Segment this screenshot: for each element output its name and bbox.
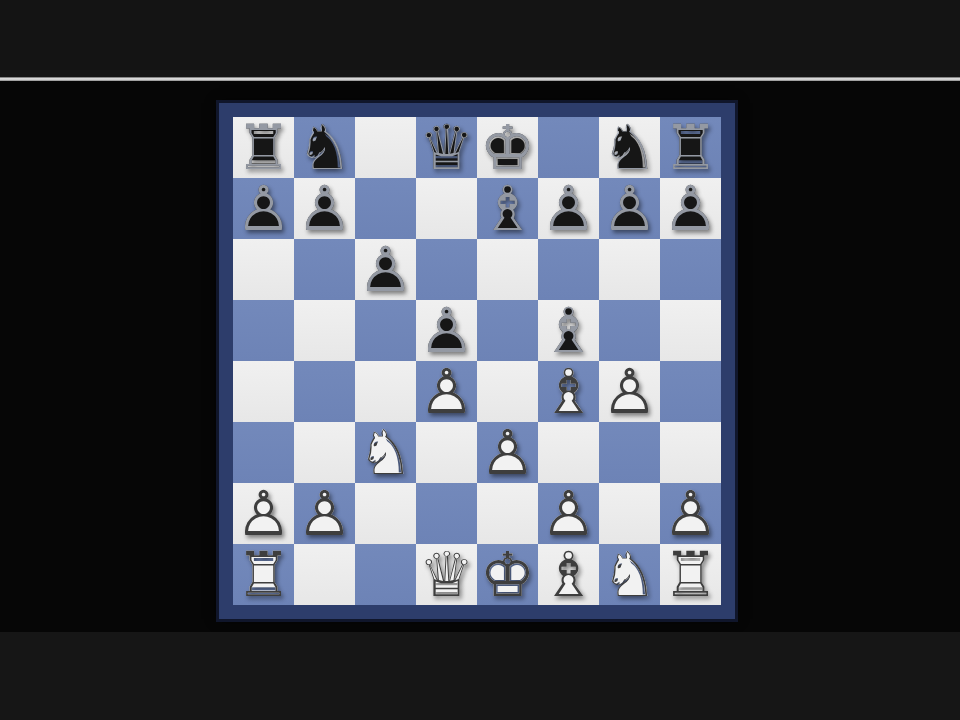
piece-black-pawn: ♟♙ — [660, 178, 721, 239]
piece-black-rook: ♜♖ — [233, 117, 294, 178]
white-pawn-icon: ♙ — [233, 483, 294, 544]
black-queen-icon: ♕ — [416, 117, 477, 178]
piece-white-knight: ♞♘ — [599, 544, 660, 605]
square-c3[interactable]: ♞♘ — [355, 422, 416, 483]
piece-white-pawn: ♟♙ — [599, 361, 660, 422]
piece-black-pawn: ♟♙ — [416, 300, 477, 361]
square-c8[interactable] — [355, 117, 416, 178]
square-b2[interactable]: ♟♙ — [294, 483, 355, 544]
black-pawn-icon: ♙ — [599, 178, 660, 239]
letterbox-bottom — [0, 632, 960, 720]
white-pawn-icon: ♙ — [416, 361, 477, 422]
piece-white-rook: ♜♖ — [233, 544, 294, 605]
piece-white-queen: ♛♕ — [416, 544, 477, 605]
piece-white-pawn: ♟♙ — [538, 483, 599, 544]
black-bishop-icon: ♗ — [477, 178, 538, 239]
white-queen-icon: ♕ — [416, 544, 477, 605]
white-pawn-icon: ♙ — [660, 483, 721, 544]
piece-black-knight: ♞♘ — [599, 117, 660, 178]
piece-white-pawn: ♟♙ — [416, 361, 477, 422]
square-h3[interactable] — [660, 422, 721, 483]
square-h4[interactable] — [660, 361, 721, 422]
video-frame: ♜♖♞♘♛♕♚♔♞♘♜♖♟♙♟♙♝♗♟♙♟♙♟♙♟♙♟♙♝♗♟♙♝♗♟♙♞♘♟♙… — [0, 81, 960, 632]
black-knight-icon: ♘ — [294, 117, 355, 178]
square-f4[interactable]: ♝♗ — [538, 361, 599, 422]
square-d1[interactable]: ♛♕ — [416, 544, 477, 605]
square-c1[interactable] — [355, 544, 416, 605]
square-b4[interactable] — [294, 361, 355, 422]
square-c6[interactable]: ♟♙ — [355, 239, 416, 300]
square-e7[interactable]: ♝♗ — [477, 178, 538, 239]
square-d4[interactable]: ♟♙ — [416, 361, 477, 422]
square-b8[interactable]: ♞♘ — [294, 117, 355, 178]
piece-black-king: ♚♔ — [477, 117, 538, 178]
square-g7[interactable]: ♟♙ — [599, 178, 660, 239]
square-f6[interactable] — [538, 239, 599, 300]
square-g1[interactable]: ♞♘ — [599, 544, 660, 605]
white-bishop-icon: ♗ — [538, 361, 599, 422]
square-b3[interactable] — [294, 422, 355, 483]
square-h8[interactable]: ♜♖ — [660, 117, 721, 178]
square-e8[interactable]: ♚♔ — [477, 117, 538, 178]
square-e3[interactable]: ♟♙ — [477, 422, 538, 483]
square-d3[interactable] — [416, 422, 477, 483]
square-b5[interactable] — [294, 300, 355, 361]
piece-white-bishop: ♝♗ — [538, 361, 599, 422]
square-a5[interactable] — [233, 300, 294, 361]
piece-black-knight: ♞♘ — [294, 117, 355, 178]
square-e1[interactable]: ♚♔ — [477, 544, 538, 605]
piece-black-pawn: ♟♙ — [599, 178, 660, 239]
square-e6[interactable] — [477, 239, 538, 300]
square-g3[interactable] — [599, 422, 660, 483]
square-a6[interactable] — [233, 239, 294, 300]
piece-white-pawn: ♟♙ — [660, 483, 721, 544]
square-h7[interactable]: ♟♙ — [660, 178, 721, 239]
black-pawn-icon: ♙ — [660, 178, 721, 239]
square-f1[interactable]: ♝♗ — [538, 544, 599, 605]
square-a7[interactable]: ♟♙ — [233, 178, 294, 239]
square-b7[interactable]: ♟♙ — [294, 178, 355, 239]
square-d7[interactable] — [416, 178, 477, 239]
piece-white-king: ♚♔ — [477, 544, 538, 605]
white-king-icon: ♔ — [477, 544, 538, 605]
chess-board: ♜♖♞♘♛♕♚♔♞♘♜♖♟♙♟♙♝♗♟♙♟♙♟♙♟♙♟♙♝♗♟♙♝♗♟♙♞♘♟♙… — [219, 103, 735, 619]
piece-black-pawn: ♟♙ — [538, 178, 599, 239]
square-h1[interactable]: ♜♖ — [660, 544, 721, 605]
square-b6[interactable] — [294, 239, 355, 300]
square-e4[interactable] — [477, 361, 538, 422]
square-f7[interactable]: ♟♙ — [538, 178, 599, 239]
piece-black-pawn: ♟♙ — [294, 178, 355, 239]
piece-white-rook: ♜♖ — [660, 544, 721, 605]
piece-black-queen: ♛♕ — [416, 117, 477, 178]
white-pawn-icon: ♙ — [599, 361, 660, 422]
square-h2[interactable]: ♟♙ — [660, 483, 721, 544]
square-a3[interactable] — [233, 422, 294, 483]
piece-white-pawn: ♟♙ — [477, 422, 538, 483]
square-f2[interactable]: ♟♙ — [538, 483, 599, 544]
black-pawn-icon: ♙ — [233, 178, 294, 239]
square-g8[interactable]: ♞♘ — [599, 117, 660, 178]
square-c7[interactable] — [355, 178, 416, 239]
square-g4[interactable]: ♟♙ — [599, 361, 660, 422]
square-a4[interactable] — [233, 361, 294, 422]
square-c2[interactable] — [355, 483, 416, 544]
square-b1[interactable] — [294, 544, 355, 605]
square-g5[interactable] — [599, 300, 660, 361]
black-pawn-icon: ♙ — [416, 300, 477, 361]
square-a8[interactable]: ♜♖ — [233, 117, 294, 178]
white-rook-icon: ♖ — [233, 544, 294, 605]
square-d8[interactable]: ♛♕ — [416, 117, 477, 178]
piece-black-rook: ♜♖ — [660, 117, 721, 178]
square-f8[interactable] — [538, 117, 599, 178]
piece-white-pawn: ♟♙ — [233, 483, 294, 544]
square-d6[interactable] — [416, 239, 477, 300]
white-knight-icon: ♘ — [599, 544, 660, 605]
black-knight-icon: ♘ — [599, 117, 660, 178]
piece-black-pawn: ♟♙ — [233, 178, 294, 239]
white-bishop-icon: ♗ — [538, 544, 599, 605]
black-bishop-icon: ♗ — [538, 300, 599, 361]
square-c4[interactable] — [355, 361, 416, 422]
white-pawn-icon: ♙ — [538, 483, 599, 544]
square-f3[interactable] — [538, 422, 599, 483]
square-e5[interactable] — [477, 300, 538, 361]
square-c5[interactable] — [355, 300, 416, 361]
black-pawn-icon: ♙ — [538, 178, 599, 239]
piece-white-knight: ♞♘ — [355, 422, 416, 483]
black-rook-icon: ♖ — [233, 117, 294, 178]
square-d2[interactable] — [416, 483, 477, 544]
white-rook-icon: ♖ — [660, 544, 721, 605]
square-g2[interactable] — [599, 483, 660, 544]
white-pawn-icon: ♙ — [477, 422, 538, 483]
square-f5[interactable]: ♝♗ — [538, 300, 599, 361]
black-king-icon: ♔ — [477, 117, 538, 178]
black-pawn-icon: ♙ — [294, 178, 355, 239]
square-a1[interactable]: ♜♖ — [233, 544, 294, 605]
white-knight-icon: ♘ — [355, 422, 416, 483]
square-e2[interactable] — [477, 483, 538, 544]
black-rook-icon: ♖ — [660, 117, 721, 178]
piece-white-bishop: ♝♗ — [538, 544, 599, 605]
square-h6[interactable] — [660, 239, 721, 300]
square-h5[interactable] — [660, 300, 721, 361]
piece-white-pawn: ♟♙ — [294, 483, 355, 544]
piece-black-bishop: ♝♗ — [538, 300, 599, 361]
piece-black-bishop: ♝♗ — [477, 178, 538, 239]
letterbox-top — [0, 0, 960, 77]
square-d5[interactable]: ♟♙ — [416, 300, 477, 361]
square-g6[interactable] — [599, 239, 660, 300]
black-pawn-icon: ♙ — [355, 239, 416, 300]
piece-black-pawn: ♟♙ — [355, 239, 416, 300]
white-pawn-icon: ♙ — [294, 483, 355, 544]
square-a2[interactable]: ♟♙ — [233, 483, 294, 544]
